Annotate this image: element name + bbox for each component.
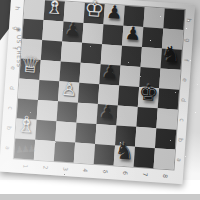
square-h4[interactable]: ♔ xyxy=(84,3,105,24)
square-d5[interactable] xyxy=(98,84,119,105)
square-f5[interactable] xyxy=(101,44,122,65)
square-e4[interactable] xyxy=(79,63,100,84)
file-label: d xyxy=(1,81,22,94)
square-b6[interactable] xyxy=(115,125,136,146)
square-f7[interactable] xyxy=(141,47,162,68)
square-f4[interactable] xyxy=(81,43,102,64)
square-f2[interactable] xyxy=(41,40,62,61)
rank-label: 4 xyxy=(77,160,90,181)
square-g5[interactable] xyxy=(102,24,123,45)
file-label: f xyxy=(4,41,25,54)
square-h5[interactable]: ♟ xyxy=(103,4,124,25)
square-e5[interactable]: ♟ xyxy=(99,64,120,85)
square-g2[interactable] xyxy=(42,20,63,41)
file-label: a xyxy=(169,154,190,165)
rank-label: 6 xyxy=(116,163,129,184)
file-label: c xyxy=(172,114,193,125)
square-h2[interactable]: ♗ xyxy=(44,0,65,21)
square-e2[interactable] xyxy=(39,60,60,81)
square-d6[interactable] xyxy=(118,86,139,107)
photo-scene: ♗♔♟♟♟♞♕♟♙♚♟♗♟♟♟♞ 12345678 hgfedcba hgfed… xyxy=(0,0,200,200)
square-h6[interactable] xyxy=(123,6,144,27)
file-label: e xyxy=(174,74,195,85)
square-c5[interactable]: ♟ xyxy=(96,104,117,125)
square-c4[interactable] xyxy=(77,103,98,124)
square-e7[interactable] xyxy=(139,67,160,88)
square-g4[interactable] xyxy=(82,23,103,44)
square-e3[interactable] xyxy=(59,61,80,82)
rank-label: 3 xyxy=(57,158,70,179)
square-b5[interactable] xyxy=(95,124,116,145)
square-b2[interactable] xyxy=(35,120,56,141)
rank-label: 1 xyxy=(17,156,30,177)
rank-label: 8 xyxy=(156,165,169,186)
square-b4[interactable] xyxy=(75,123,96,144)
rank-label: 2 xyxy=(37,157,50,178)
file-label: c xyxy=(0,101,21,114)
square-d3[interactable]: ♙ xyxy=(58,81,79,102)
chess-board: ♗♔♟♟♟♞♕♟♙♚♟♗♟♟♟♞ 12345678 hgfedcba hgfed… xyxy=(0,0,195,184)
board-border: ♗♔♟♟♟♞♕♟♙♚♟♗♟♟♟♞ 12345678 hgfedcba hgfed… xyxy=(0,0,195,184)
rank-label: 7 xyxy=(136,164,149,185)
rank-label: 5 xyxy=(96,161,109,182)
black-pawn-piece: ♟ xyxy=(103,1,125,23)
file-label: b xyxy=(170,134,191,145)
square-b3[interactable] xyxy=(55,121,76,142)
square-c7[interactable] xyxy=(136,107,157,128)
square-c3[interactable] xyxy=(57,101,78,122)
square-f6[interactable] xyxy=(121,46,142,67)
file-label: h xyxy=(7,2,28,15)
square-f3[interactable] xyxy=(61,41,82,62)
square-h7[interactable] xyxy=(143,7,164,28)
square-b7[interactable] xyxy=(135,127,156,148)
board-grid: ♗♔♟♟♟♞♕♟♙♚♟♗♟♟♟♞ xyxy=(14,0,185,170)
table-edge-band xyxy=(0,194,200,200)
square-g6[interactable]: ♟ xyxy=(122,26,143,47)
square-d7[interactable]: ♚ xyxy=(138,87,159,108)
file-label: f xyxy=(176,54,197,65)
square-h3[interactable] xyxy=(64,2,85,23)
square-c2[interactable] xyxy=(37,100,58,121)
file-label: b xyxy=(0,121,19,134)
square-c6[interactable] xyxy=(116,105,137,126)
us-chess-brand-text: ◉ US CHESS xyxy=(16,27,22,67)
square-d2[interactable] xyxy=(38,80,59,101)
square-d4[interactable] xyxy=(78,83,99,104)
file-label: a xyxy=(0,141,18,154)
file-label: d xyxy=(173,94,194,105)
square-g3[interactable]: ♟ xyxy=(62,22,83,43)
square-g7[interactable] xyxy=(142,27,163,48)
file-label: h xyxy=(179,15,200,26)
square-e6[interactable] xyxy=(119,66,140,87)
file-label: g xyxy=(177,35,198,46)
